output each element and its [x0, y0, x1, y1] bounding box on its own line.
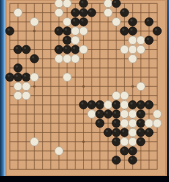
stone-highlight — [139, 121, 141, 123]
white-stone[interactable] — [63, 0, 71, 8]
stone-highlight — [122, 29, 124, 31]
black-stone[interactable] — [112, 0, 120, 8]
white-stone[interactable] — [120, 138, 128, 146]
stone-highlight — [130, 148, 132, 150]
stone-highlight — [139, 139, 141, 141]
black-stone[interactable] — [104, 110, 112, 118]
white-stone[interactable] — [112, 91, 120, 99]
black-stone[interactable] — [120, 8, 128, 16]
black-stone[interactable] — [79, 0, 87, 8]
stone-highlight — [8, 75, 10, 77]
black-stone[interactable] — [112, 101, 120, 109]
stone-highlight — [8, 29, 10, 31]
black-stone[interactable] — [137, 110, 145, 118]
white-stone[interactable] — [63, 73, 71, 81]
white-stone[interactable] — [104, 0, 112, 8]
black-stone[interactable] — [71, 45, 79, 53]
photo-background — [0, 0, 169, 182]
stone-highlight — [65, 38, 67, 40]
stone-highlight — [147, 38, 149, 40]
black-stone[interactable] — [128, 18, 136, 26]
white-stone[interactable] — [30, 138, 38, 146]
black-stone[interactable] — [14, 64, 22, 72]
white-stone[interactable] — [22, 82, 30, 90]
white-stone[interactable] — [79, 45, 87, 53]
black-stone[interactable] — [71, 8, 79, 16]
stone-highlight — [147, 102, 149, 104]
stone-highlight — [81, 19, 83, 21]
stone-highlight — [106, 130, 108, 132]
stone-highlight — [16, 75, 18, 77]
stone-highlight — [114, 1, 116, 3]
black-stone[interactable] — [96, 110, 104, 118]
black-stone[interactable] — [6, 73, 14, 81]
white-stone[interactable] — [137, 82, 145, 90]
stone-highlight — [147, 19, 149, 21]
white-stone[interactable] — [88, 110, 96, 118]
white-stone[interactable] — [153, 119, 161, 127]
white-stone[interactable] — [14, 91, 22, 99]
black-stone[interactable] — [120, 27, 128, 35]
black-stone[interactable] — [104, 128, 112, 136]
white-stone[interactable] — [128, 138, 136, 146]
stone-highlight — [89, 102, 91, 104]
black-stone[interactable] — [63, 36, 71, 44]
black-stone[interactable] — [153, 27, 161, 35]
stone-highlight — [57, 29, 59, 31]
black-stone[interactable] — [128, 156, 136, 164]
black-stone[interactable] — [120, 147, 128, 155]
black-stone[interactable] — [137, 101, 145, 109]
black-stone[interactable] — [71, 18, 79, 26]
white-stone[interactable] — [120, 101, 128, 109]
white-stone[interactable] — [71, 27, 79, 35]
black-stone[interactable] — [112, 138, 120, 146]
white-stone[interactable] — [153, 110, 161, 118]
white-stone[interactable] — [128, 36, 136, 44]
stone-highlight — [139, 130, 141, 132]
black-stone[interactable] — [22, 73, 30, 81]
black-stone[interactable] — [79, 18, 87, 26]
black-stone[interactable] — [137, 128, 145, 136]
stone-highlight — [114, 121, 116, 123]
white-stone[interactable] — [120, 119, 128, 127]
stone-highlight — [65, 47, 67, 49]
white-stone[interactable] — [104, 101, 112, 109]
black-stone[interactable] — [88, 101, 96, 109]
black-stone[interactable] — [112, 128, 120, 136]
white-stone[interactable] — [120, 110, 128, 118]
black-stone[interactable] — [128, 27, 136, 35]
stone-highlight — [139, 102, 141, 104]
black-stone[interactable] — [63, 45, 71, 53]
black-stone[interactable] — [63, 27, 71, 35]
white-stone[interactable] — [104, 8, 112, 16]
black-stone[interactable] — [96, 101, 104, 109]
black-stone[interactable] — [79, 101, 87, 109]
stone-highlight — [16, 47, 18, 49]
star-point — [131, 85, 133, 87]
black-stone[interactable] — [145, 36, 153, 44]
white-stone[interactable] — [14, 8, 22, 16]
stone-highlight — [81, 102, 83, 104]
stone-highlight — [57, 47, 59, 49]
stone-highlight — [106, 112, 108, 114]
black-stone[interactable] — [145, 101, 153, 109]
white-stone[interactable] — [55, 8, 63, 16]
star-point — [82, 141, 84, 143]
stone-highlight — [155, 29, 157, 31]
black-stone[interactable] — [88, 8, 96, 16]
white-stone[interactable] — [128, 128, 136, 136]
white-stone[interactable] — [112, 18, 120, 26]
white-stone[interactable] — [63, 18, 71, 26]
stone-highlight — [81, 1, 83, 3]
white-stone[interactable] — [128, 45, 136, 53]
stone-highlight — [73, 10, 75, 12]
stone-highlight — [122, 130, 124, 132]
star-point — [33, 85, 35, 87]
stone-highlight — [81, 10, 83, 12]
white-stone[interactable] — [55, 147, 63, 155]
white-stone[interactable] — [128, 119, 136, 127]
stone-highlight — [32, 56, 34, 58]
white-stone[interactable] — [55, 0, 63, 8]
stone-highlight — [114, 130, 116, 132]
white-stone[interactable] — [145, 119, 153, 127]
white-stone[interactable] — [71, 36, 79, 44]
white-stone[interactable] — [120, 45, 128, 53]
stone-highlight — [114, 139, 116, 141]
white-stone[interactable] — [137, 36, 145, 44]
star-point — [82, 85, 84, 87]
stone-highlight — [147, 130, 149, 132]
black-stone[interactable] — [14, 45, 22, 53]
black-stone[interactable] — [145, 18, 153, 26]
stone-highlight — [24, 47, 26, 49]
black-stone[interactable] — [79, 8, 87, 16]
black-stone[interactable] — [14, 73, 22, 81]
stone-highlight — [114, 112, 116, 114]
black-stone[interactable] — [112, 119, 120, 127]
black-stone[interactable] — [22, 45, 30, 53]
go-board[interactable] — [0, 0, 169, 182]
stone-highlight — [114, 102, 116, 104]
stone-highlight — [122, 10, 124, 12]
stone-highlight — [130, 102, 132, 104]
stone-highlight — [65, 29, 67, 31]
white-stone[interactable] — [120, 91, 128, 99]
stone-highlight — [130, 158, 132, 160]
stone-highlight — [24, 75, 26, 77]
white-stone[interactable] — [55, 55, 63, 63]
white-stone[interactable] — [137, 45, 145, 53]
stone-highlight — [73, 19, 75, 21]
black-stone[interactable] — [137, 138, 145, 146]
black-stone[interactable] — [55, 27, 63, 35]
white-stone[interactable] — [14, 82, 22, 90]
stone-highlight — [16, 65, 18, 67]
black-stone[interactable] — [128, 101, 136, 109]
black-stone[interactable] — [112, 110, 120, 118]
stone-highlight — [122, 148, 124, 150]
star-point — [33, 30, 35, 32]
black-stone[interactable] — [112, 156, 120, 164]
stone-highlight — [89, 10, 91, 12]
black-stone[interactable] — [30, 55, 38, 63]
white-stone[interactable] — [30, 73, 38, 81]
stone-highlight — [114, 158, 116, 160]
black-stone[interactable] — [96, 119, 104, 127]
white-stone[interactable] — [71, 55, 79, 63]
black-stone[interactable] — [55, 45, 63, 53]
white-stone[interactable] — [63, 55, 71, 63]
black-stone[interactable] — [145, 128, 153, 136]
stone-highlight — [98, 102, 100, 104]
white-stone[interactable] — [22, 91, 30, 99]
white-stone[interactable] — [128, 55, 136, 63]
white-stone[interactable] — [79, 27, 87, 35]
white-stone[interactable] — [30, 18, 38, 26]
stone-highlight — [73, 47, 75, 49]
stone-highlight — [130, 29, 132, 31]
table-edge-bottom — [0, 176, 169, 182]
stone-highlight — [98, 112, 100, 114]
white-stone[interactable] — [128, 110, 136, 118]
black-stone[interactable] — [137, 119, 145, 127]
black-stone[interactable] — [120, 128, 128, 136]
black-stone[interactable] — [6, 27, 14, 35]
stone-highlight — [139, 112, 141, 114]
black-stone[interactable] — [128, 147, 136, 155]
stone-highlight — [98, 121, 100, 123]
stone-highlight — [130, 19, 132, 21]
